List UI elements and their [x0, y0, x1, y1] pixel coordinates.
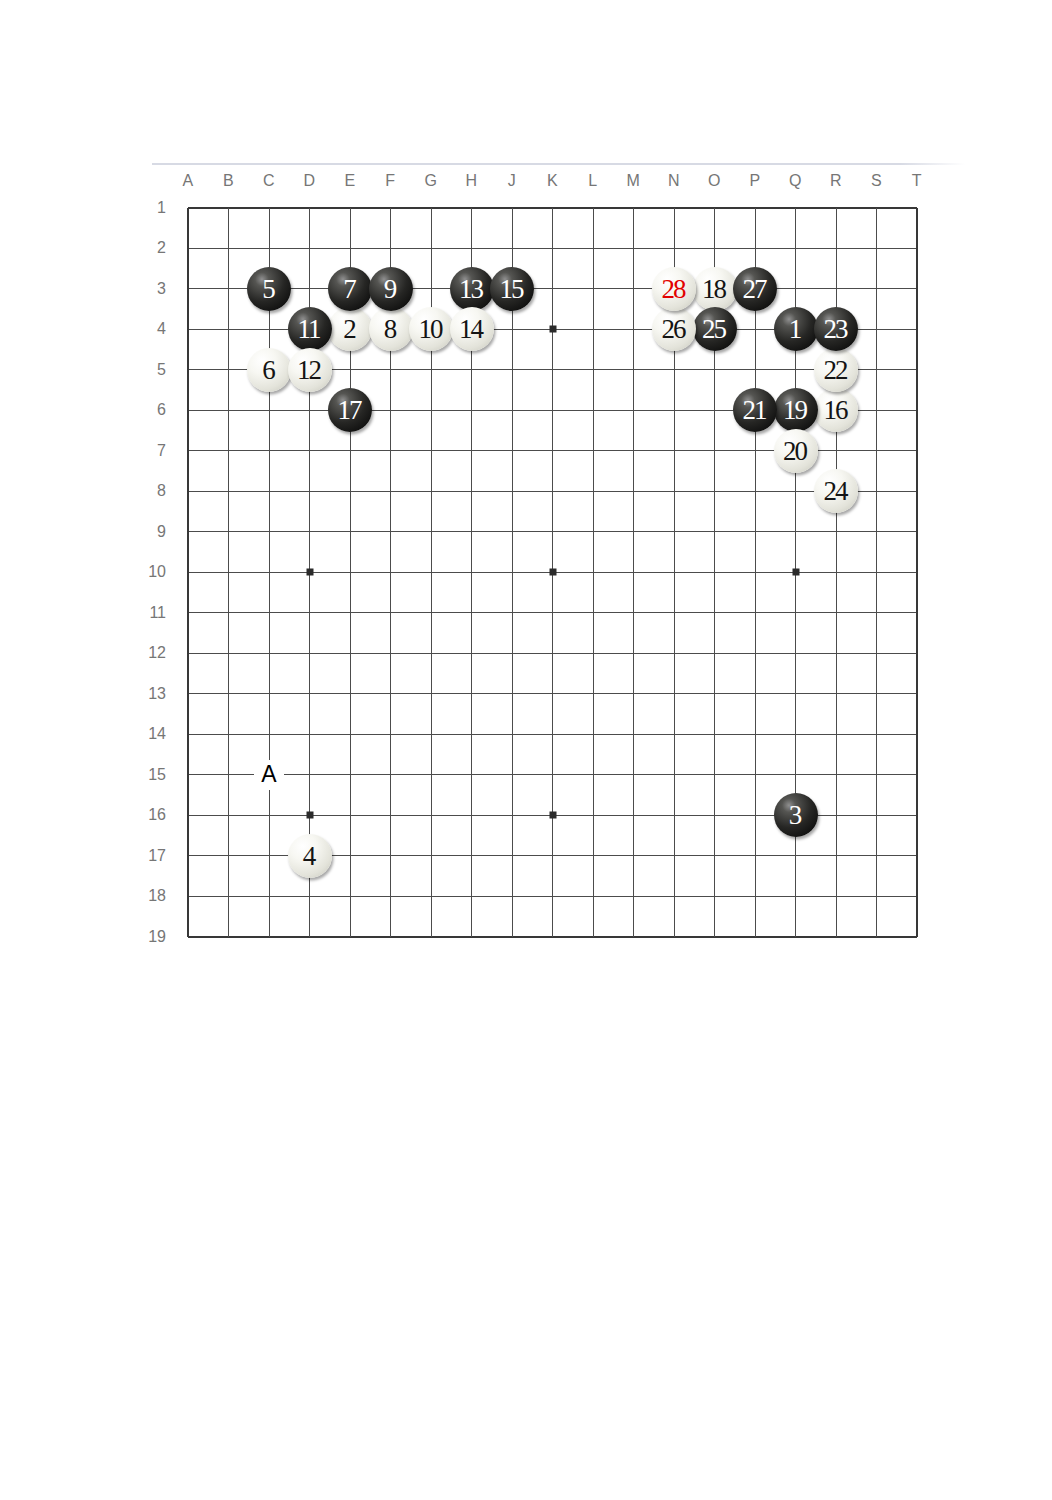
intersection-H11[interactable] [451, 592, 492, 633]
intersection-D18[interactable] [289, 876, 330, 917]
intersection-E9[interactable] [330, 511, 371, 552]
intersection-G7[interactable] [411, 430, 452, 471]
intersection-A14[interactable] [168, 714, 209, 755]
intersection-G15[interactable] [411, 754, 452, 795]
stone-24-white-R8[interactable]: 24 [814, 469, 858, 513]
intersection-O16[interactable] [694, 795, 735, 836]
intersection-P5[interactable] [735, 349, 776, 390]
intersection-N5[interactable] [654, 349, 695, 390]
intersection-K17[interactable] [532, 835, 573, 876]
intersection-A2[interactable] [168, 228, 209, 269]
intersection-L12[interactable] [573, 633, 614, 674]
intersection-D10[interactable] [289, 552, 330, 593]
intersection-J6[interactable] [492, 390, 533, 431]
intersection-A12[interactable] [168, 633, 209, 674]
intersection-T3[interactable] [897, 268, 938, 309]
intersection-L14[interactable] [573, 714, 614, 755]
intersection-T1[interactable] [897, 187, 938, 228]
intersection-R16[interactable] [816, 795, 857, 836]
intersection-S3[interactable] [856, 268, 897, 309]
intersection-S18[interactable] [856, 876, 897, 917]
intersection-S2[interactable] [856, 228, 897, 269]
intersection-J10[interactable] [492, 552, 533, 593]
intersection-A17[interactable] [168, 835, 209, 876]
intersection-Q12[interactable] [775, 633, 816, 674]
intersection-P16[interactable] [735, 795, 776, 836]
intersection-E17[interactable] [330, 835, 371, 876]
intersection-O15[interactable] [694, 754, 735, 795]
intersection-J4[interactable] [492, 309, 533, 350]
intersection-D12[interactable] [289, 633, 330, 674]
intersection-F9[interactable] [370, 511, 411, 552]
intersection-B15[interactable] [208, 754, 249, 795]
intersection-A15[interactable] [168, 754, 209, 795]
intersection-T10[interactable] [897, 552, 938, 593]
intersection-B1[interactable] [208, 187, 249, 228]
intersection-H10[interactable] [451, 552, 492, 593]
intersection-A4[interactable] [168, 309, 209, 350]
intersection-P18[interactable] [735, 876, 776, 917]
stone-15-black-J3[interactable]: 15 [490, 267, 534, 311]
intersection-M3[interactable] [613, 268, 654, 309]
intersection-L8[interactable] [573, 471, 614, 512]
intersection-O14[interactable] [694, 714, 735, 755]
intersection-D8[interactable] [289, 471, 330, 512]
intersection-G12[interactable] [411, 633, 452, 674]
intersection-N17[interactable] [654, 835, 695, 876]
board-label-A[interactable]: A [254, 760, 284, 790]
intersection-H17[interactable] [451, 835, 492, 876]
intersection-M13[interactable] [613, 673, 654, 714]
intersection-O17[interactable] [694, 835, 735, 876]
stone-17-black-E6[interactable]: 17 [328, 388, 372, 432]
intersection-G6[interactable] [411, 390, 452, 431]
intersection-H9[interactable] [451, 511, 492, 552]
intersection-O10[interactable] [694, 552, 735, 593]
intersection-D7[interactable] [289, 430, 330, 471]
intersection-E14[interactable] [330, 714, 371, 755]
intersection-N19[interactable] [654, 916, 695, 957]
intersection-G19[interactable] [411, 916, 452, 957]
intersection-J1[interactable] [492, 187, 533, 228]
intersection-O9[interactable] [694, 511, 735, 552]
intersection-S6[interactable] [856, 390, 897, 431]
intersection-R17[interactable] [816, 835, 857, 876]
intersection-M19[interactable] [613, 916, 654, 957]
intersection-J19[interactable] [492, 916, 533, 957]
intersection-F13[interactable] [370, 673, 411, 714]
intersection-P4[interactable] [735, 309, 776, 350]
intersection-T12[interactable] [897, 633, 938, 674]
intersection-L19[interactable] [573, 916, 614, 957]
intersection-S17[interactable] [856, 835, 897, 876]
intersection-B2[interactable] [208, 228, 249, 269]
stone-7-black-E3[interactable]: 7 [328, 267, 372, 311]
intersection-N18[interactable] [654, 876, 695, 917]
intersection-K16[interactable] [532, 795, 573, 836]
intersection-B9[interactable] [208, 511, 249, 552]
intersection-C9[interactable] [249, 511, 290, 552]
intersection-M9[interactable] [613, 511, 654, 552]
intersection-D14[interactable] [289, 714, 330, 755]
intersection-N16[interactable] [654, 795, 695, 836]
intersection-C19[interactable] [249, 916, 290, 957]
intersection-B4[interactable] [208, 309, 249, 350]
intersection-B14[interactable] [208, 714, 249, 755]
stone-4-white-D17[interactable]: 4 [288, 834, 332, 878]
intersection-K3[interactable] [532, 268, 573, 309]
intersection-C2[interactable] [249, 228, 290, 269]
intersection-N8[interactable] [654, 471, 695, 512]
intersection-T4[interactable] [897, 309, 938, 350]
intersection-S12[interactable] [856, 633, 897, 674]
intersection-B11[interactable] [208, 592, 249, 633]
intersection-F17[interactable] [370, 835, 411, 876]
intersection-S13[interactable] [856, 673, 897, 714]
intersection-B17[interactable] [208, 835, 249, 876]
intersection-C7[interactable] [249, 430, 290, 471]
intersection-C18[interactable] [249, 876, 290, 917]
intersection-C4[interactable] [249, 309, 290, 350]
intersection-Q13[interactable] [775, 673, 816, 714]
intersection-C17[interactable] [249, 835, 290, 876]
intersection-M8[interactable] [613, 471, 654, 512]
intersection-M14[interactable] [613, 714, 654, 755]
intersection-G11[interactable] [411, 592, 452, 633]
intersection-C1[interactable] [249, 187, 290, 228]
intersection-H7[interactable] [451, 430, 492, 471]
intersection-F10[interactable] [370, 552, 411, 593]
intersection-K4[interactable] [532, 309, 573, 350]
intersection-M12[interactable] [613, 633, 654, 674]
intersection-S9[interactable] [856, 511, 897, 552]
intersection-E15[interactable] [330, 754, 371, 795]
intersection-F7[interactable] [370, 430, 411, 471]
intersection-C8[interactable] [249, 471, 290, 512]
intersection-C12[interactable] [249, 633, 290, 674]
intersection-B3[interactable] [208, 268, 249, 309]
intersection-H12[interactable] [451, 633, 492, 674]
intersection-D6[interactable] [289, 390, 330, 431]
intersection-E16[interactable] [330, 795, 371, 836]
intersection-E10[interactable] [330, 552, 371, 593]
intersection-M17[interactable] [613, 835, 654, 876]
intersection-D15[interactable] [289, 754, 330, 795]
intersection-J16[interactable] [492, 795, 533, 836]
intersection-M1[interactable] [613, 187, 654, 228]
intersection-H2[interactable] [451, 228, 492, 269]
intersection-M6[interactable] [613, 390, 654, 431]
intersection-B12[interactable] [208, 633, 249, 674]
intersection-D13[interactable] [289, 673, 330, 714]
intersection-K5[interactable] [532, 349, 573, 390]
intersection-K12[interactable] [532, 633, 573, 674]
intersection-H1[interactable] [451, 187, 492, 228]
stone-16-white-R6[interactable]: 16 [814, 388, 858, 432]
intersection-L5[interactable] [573, 349, 614, 390]
intersection-S1[interactable] [856, 187, 897, 228]
intersection-A16[interactable] [168, 795, 209, 836]
intersection-S19[interactable] [856, 916, 897, 957]
intersection-K11[interactable] [532, 592, 573, 633]
intersection-O7[interactable] [694, 430, 735, 471]
intersection-H5[interactable] [451, 349, 492, 390]
intersection-A19[interactable] [168, 916, 209, 957]
stone-2-white-E4[interactable]: 2 [328, 307, 372, 351]
intersection-F16[interactable] [370, 795, 411, 836]
intersection-O8[interactable] [694, 471, 735, 512]
intersection-Q15[interactable] [775, 754, 816, 795]
intersection-G18[interactable] [411, 876, 452, 917]
intersection-T13[interactable] [897, 673, 938, 714]
intersection-D3[interactable] [289, 268, 330, 309]
intersection-O19[interactable] [694, 916, 735, 957]
stone-6-white-C5[interactable]: 6 [247, 348, 291, 392]
intersection-B10[interactable] [208, 552, 249, 593]
intersection-Q10[interactable] [775, 552, 816, 593]
intersection-S15[interactable] [856, 754, 897, 795]
intersection-J7[interactable] [492, 430, 533, 471]
stone-3-black-Q16[interactable]: 3 [774, 793, 818, 837]
intersection-T9[interactable] [897, 511, 938, 552]
intersection-K14[interactable] [532, 714, 573, 755]
stone-1-black-Q4[interactable]: 1 [774, 307, 818, 351]
intersection-R13[interactable] [816, 673, 857, 714]
intersection-N2[interactable] [654, 228, 695, 269]
intersection-Q5[interactable] [775, 349, 816, 390]
intersection-N10[interactable] [654, 552, 695, 593]
intersection-J8[interactable] [492, 471, 533, 512]
intersection-P11[interactable] [735, 592, 776, 633]
stone-19-black-Q6[interactable]: 19 [774, 388, 818, 432]
intersection-E18[interactable] [330, 876, 371, 917]
intersection-F14[interactable] [370, 714, 411, 755]
intersection-H14[interactable] [451, 714, 492, 755]
intersection-C13[interactable] [249, 673, 290, 714]
intersection-F11[interactable] [370, 592, 411, 633]
intersection-C10[interactable] [249, 552, 290, 593]
intersection-P19[interactable] [735, 916, 776, 957]
intersection-R19[interactable] [816, 916, 857, 957]
stone-28-white-N3[interactable]: 28 [652, 267, 696, 311]
intersection-M7[interactable] [613, 430, 654, 471]
stone-5-black-C3[interactable]: 5 [247, 267, 291, 311]
intersection-N13[interactable] [654, 673, 695, 714]
stone-27-black-P3[interactable]: 27 [733, 267, 777, 311]
intersection-C6[interactable] [249, 390, 290, 431]
intersection-R18[interactable] [816, 876, 857, 917]
intersection-B16[interactable] [208, 795, 249, 836]
intersection-M2[interactable] [613, 228, 654, 269]
intersection-N1[interactable] [654, 187, 695, 228]
stone-12-white-D5[interactable]: 12 [288, 348, 332, 392]
intersection-F6[interactable] [370, 390, 411, 431]
intersection-L13[interactable] [573, 673, 614, 714]
intersection-Q18[interactable] [775, 876, 816, 917]
intersection-E13[interactable] [330, 673, 371, 714]
intersection-Q2[interactable] [775, 228, 816, 269]
intersection-H6[interactable] [451, 390, 492, 431]
stone-13-black-H3[interactable]: 13 [450, 267, 494, 311]
intersection-R11[interactable] [816, 592, 857, 633]
stone-20-white-Q7[interactable]: 20 [774, 429, 818, 473]
intersection-E12[interactable] [330, 633, 371, 674]
intersection-A13[interactable] [168, 673, 209, 714]
intersection-J9[interactable] [492, 511, 533, 552]
intersection-D2[interactable] [289, 228, 330, 269]
intersection-R7[interactable] [816, 430, 857, 471]
intersection-R14[interactable] [816, 714, 857, 755]
intersection-P15[interactable] [735, 754, 776, 795]
intersection-K13[interactable] [532, 673, 573, 714]
intersection-L10[interactable] [573, 552, 614, 593]
intersection-G3[interactable] [411, 268, 452, 309]
intersection-E7[interactable] [330, 430, 371, 471]
intersection-P9[interactable] [735, 511, 776, 552]
intersection-G16[interactable] [411, 795, 452, 836]
intersection-A1[interactable] [168, 187, 209, 228]
intersection-P10[interactable] [735, 552, 776, 593]
intersection-B6[interactable] [208, 390, 249, 431]
intersection-E11[interactable] [330, 592, 371, 633]
stone-18-white-O3[interactable]: 18 [693, 267, 737, 311]
intersection-B5[interactable] [208, 349, 249, 390]
intersection-J17[interactable] [492, 835, 533, 876]
intersection-L18[interactable] [573, 876, 614, 917]
intersection-G8[interactable] [411, 471, 452, 512]
intersection-J13[interactable] [492, 673, 533, 714]
intersection-K10[interactable] [532, 552, 573, 593]
intersection-F19[interactable] [370, 916, 411, 957]
intersection-A11[interactable] [168, 592, 209, 633]
intersection-L6[interactable] [573, 390, 614, 431]
intersection-B18[interactable] [208, 876, 249, 917]
intersection-A3[interactable] [168, 268, 209, 309]
intersection-N9[interactable] [654, 511, 695, 552]
intersection-F18[interactable] [370, 876, 411, 917]
intersection-H13[interactable] [451, 673, 492, 714]
intersection-R2[interactable] [816, 228, 857, 269]
stone-10-white-G4[interactable]: 10 [409, 307, 453, 351]
intersection-C16[interactable] [249, 795, 290, 836]
intersection-N11[interactable] [654, 592, 695, 633]
intersection-F12[interactable] [370, 633, 411, 674]
intersection-G14[interactable] [411, 714, 452, 755]
intersection-M18[interactable] [613, 876, 654, 917]
intersection-N14[interactable] [654, 714, 695, 755]
intersection-C11[interactable] [249, 592, 290, 633]
intersection-G9[interactable] [411, 511, 452, 552]
intersection-J18[interactable] [492, 876, 533, 917]
stone-9-black-F3[interactable]: 9 [369, 267, 413, 311]
intersection-Q14[interactable] [775, 714, 816, 755]
intersection-K2[interactable] [532, 228, 573, 269]
intersection-L15[interactable] [573, 754, 614, 795]
intersection-K1[interactable] [532, 187, 573, 228]
intersection-T7[interactable] [897, 430, 938, 471]
intersection-L9[interactable] [573, 511, 614, 552]
intersection-D16[interactable] [289, 795, 330, 836]
intersection-J2[interactable] [492, 228, 533, 269]
intersection-C14[interactable] [249, 714, 290, 755]
intersection-Q11[interactable] [775, 592, 816, 633]
intersection-H18[interactable] [451, 876, 492, 917]
intersection-L4[interactable] [573, 309, 614, 350]
intersection-E19[interactable] [330, 916, 371, 957]
intersection-H19[interactable] [451, 916, 492, 957]
intersection-J12[interactable] [492, 633, 533, 674]
intersection-K15[interactable] [532, 754, 573, 795]
intersection-D11[interactable] [289, 592, 330, 633]
intersection-E8[interactable] [330, 471, 371, 512]
intersection-L17[interactable] [573, 835, 614, 876]
intersection-P12[interactable] [735, 633, 776, 674]
intersection-A18[interactable] [168, 876, 209, 917]
intersection-O2[interactable] [694, 228, 735, 269]
intersection-B13[interactable] [208, 673, 249, 714]
intersection-T6[interactable] [897, 390, 938, 431]
intersection-J11[interactable] [492, 592, 533, 633]
intersection-J14[interactable] [492, 714, 533, 755]
intersection-H16[interactable] [451, 795, 492, 836]
intersection-Q9[interactable] [775, 511, 816, 552]
stone-8-white-F4[interactable]: 8 [369, 307, 413, 351]
intersection-K6[interactable] [532, 390, 573, 431]
intersection-S7[interactable] [856, 430, 897, 471]
intersection-R9[interactable] [816, 511, 857, 552]
intersection-A10[interactable] [168, 552, 209, 593]
intersection-T11[interactable] [897, 592, 938, 633]
intersection-T17[interactable] [897, 835, 938, 876]
intersection-G5[interactable] [411, 349, 452, 390]
intersection-L11[interactable] [573, 592, 614, 633]
intersection-K7[interactable] [532, 430, 573, 471]
intersection-O1[interactable] [694, 187, 735, 228]
intersection-M5[interactable] [613, 349, 654, 390]
intersection-A7[interactable] [168, 430, 209, 471]
intersection-R15[interactable] [816, 754, 857, 795]
intersection-T2[interactable] [897, 228, 938, 269]
intersection-O13[interactable] [694, 673, 735, 714]
intersection-T8[interactable] [897, 471, 938, 512]
intersection-Q17[interactable] [775, 835, 816, 876]
intersection-S8[interactable] [856, 471, 897, 512]
intersection-N6[interactable] [654, 390, 695, 431]
intersection-P1[interactable] [735, 187, 776, 228]
intersection-P17[interactable] [735, 835, 776, 876]
stone-14-white-H4[interactable]: 14 [450, 307, 494, 351]
intersection-P7[interactable] [735, 430, 776, 471]
intersection-M4[interactable] [613, 309, 654, 350]
intersection-F2[interactable] [370, 228, 411, 269]
intersection-S11[interactable] [856, 592, 897, 633]
intersection-D1[interactable] [289, 187, 330, 228]
intersection-F5[interactable] [370, 349, 411, 390]
intersection-A9[interactable] [168, 511, 209, 552]
intersection-S10[interactable] [856, 552, 897, 593]
intersection-T19[interactable] [897, 916, 938, 957]
intersection-G2[interactable] [411, 228, 452, 269]
intersection-K8[interactable] [532, 471, 573, 512]
intersection-B7[interactable] [208, 430, 249, 471]
intersection-N15[interactable] [654, 754, 695, 795]
intersection-R1[interactable] [816, 187, 857, 228]
intersection-Q19[interactable] [775, 916, 816, 957]
intersection-N12[interactable] [654, 633, 695, 674]
intersection-Q3[interactable] [775, 268, 816, 309]
stone-21-black-P6[interactable]: 21 [733, 388, 777, 432]
intersection-F1[interactable] [370, 187, 411, 228]
